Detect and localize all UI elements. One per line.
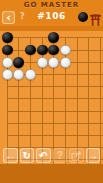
go-board[interactable] bbox=[0, 31, 103, 165]
black-stone bbox=[48, 32, 59, 43]
white-stone bbox=[2, 69, 13, 80]
black-stone bbox=[2, 45, 13, 56]
bottom-bar bbox=[0, 164, 103, 183]
white-stone bbox=[13, 69, 24, 80]
undo-button[interactable]: ↶ bbox=[36, 148, 51, 163]
hint-button[interactable]: ? bbox=[53, 148, 68, 163]
grid-line-horizontal bbox=[7, 86, 103, 87]
grid-line-vertical bbox=[100, 38, 101, 165]
grid-line-vertical bbox=[88, 38, 89, 165]
toolbar: ←↻↶?→ bbox=[0, 147, 103, 164]
torii-shrine-icon[interactable] bbox=[90, 11, 101, 23]
go-master-app: GO MASTER ‹ ? #106 ←↻↶?→ bbox=[0, 0, 103, 183]
black-stone bbox=[37, 45, 48, 56]
black-stone bbox=[25, 45, 36, 56]
app-title: GO MASTER bbox=[0, 1, 103, 9]
grid-line-horizontal bbox=[7, 135, 103, 136]
export-button[interactable] bbox=[69, 148, 84, 163]
white-stone bbox=[25, 69, 36, 80]
black-stone bbox=[2, 32, 13, 43]
grid-line-vertical bbox=[77, 38, 78, 165]
grid-line-vertical bbox=[30, 38, 31, 165]
grid-line-horizontal bbox=[7, 111, 103, 112]
restart-button[interactable]: ↻ bbox=[20, 148, 35, 163]
next-problem-button[interactable]: → bbox=[86, 148, 101, 163]
white-stone bbox=[48, 57, 59, 68]
white-stone bbox=[37, 57, 48, 68]
grid-line-horizontal bbox=[7, 123, 103, 124]
black-to-play-stone-icon bbox=[78, 12, 88, 22]
white-stone bbox=[2, 57, 13, 68]
black-stone bbox=[13, 57, 24, 68]
white-stone bbox=[60, 57, 71, 68]
grid-line-horizontal bbox=[7, 98, 103, 99]
prev-problem-button[interactable]: ← bbox=[3, 148, 18, 163]
black-stone bbox=[48, 45, 59, 56]
header-bar: GO MASTER ‹ ? #106 bbox=[0, 0, 103, 31]
white-stone bbox=[60, 45, 71, 56]
